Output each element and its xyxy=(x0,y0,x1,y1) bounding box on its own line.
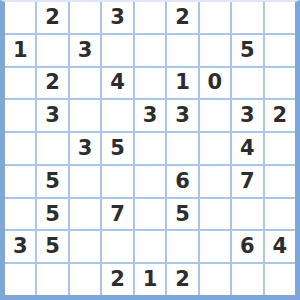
grid-cell-clue[interactable]: 2 xyxy=(37,68,67,99)
grid-cell-empty[interactable] xyxy=(167,35,197,66)
grid-cell-empty[interactable] xyxy=(5,100,35,131)
grid-cell-empty[interactable] xyxy=(200,166,230,197)
grid-cell-empty[interactable] xyxy=(37,264,67,295)
grid-cell-empty[interactable] xyxy=(167,231,197,262)
grid-cell-clue[interactable]: 5 xyxy=(37,231,67,262)
grid-cell-clue[interactable]: 3 xyxy=(70,133,100,164)
grid-cell-empty[interactable] xyxy=(5,166,35,197)
grid-cell-empty[interactable] xyxy=(200,2,230,33)
grid-cell-empty[interactable] xyxy=(265,2,295,33)
grid-cell-clue[interactable]: 1 xyxy=(5,35,35,66)
grid-cell-clue[interactable]: 5 xyxy=(167,199,197,230)
grid-cell-clue[interactable]: 2 xyxy=(37,2,67,33)
grid-cell-empty[interactable] xyxy=(70,264,100,295)
grid-cell-clue[interactable]: 5 xyxy=(37,199,67,230)
grid-cell-empty[interactable] xyxy=(265,133,295,164)
grid-cell-empty[interactable] xyxy=(265,264,295,295)
grid-cell-clue[interactable]: 4 xyxy=(265,231,295,262)
grid-cell-clue[interactable]: 2 xyxy=(102,264,132,295)
grid-cell-clue[interactable]: 2 xyxy=(167,264,197,295)
grid-cell-clue[interactable]: 3 xyxy=(37,100,67,131)
grid-cell-empty[interactable] xyxy=(265,199,295,230)
grid-cell-clue[interactable]: 4 xyxy=(232,133,262,164)
grid-cell-empty[interactable] xyxy=(232,199,262,230)
grid-cell-empty[interactable] xyxy=(265,35,295,66)
grid-cell-empty[interactable] xyxy=(232,2,262,33)
puzzle-grid: 2321352410333323545675753564212 xyxy=(5,2,295,295)
grid-cell-empty[interactable] xyxy=(102,100,132,131)
grid-cell-clue[interactable]: 1 xyxy=(167,68,197,99)
grid-cell-empty[interactable] xyxy=(232,68,262,99)
grid-cell-clue[interactable]: 1 xyxy=(135,264,165,295)
puzzle-board: 2321352410333323545675753564212 xyxy=(0,0,300,300)
grid-cell-empty[interactable] xyxy=(5,264,35,295)
grid-cell-empty[interactable] xyxy=(167,133,197,164)
grid-cell-empty[interactable] xyxy=(135,35,165,66)
grid-cell-clue[interactable]: 3 xyxy=(167,100,197,131)
grid-cell-empty[interactable] xyxy=(5,199,35,230)
grid-cell-empty[interactable] xyxy=(102,166,132,197)
grid-cell-empty[interactable] xyxy=(200,231,230,262)
grid-cell-empty[interactable] xyxy=(265,166,295,197)
grid-cell-empty[interactable] xyxy=(232,264,262,295)
grid-cell-empty[interactable] xyxy=(200,100,230,131)
grid-cell-clue[interactable]: 7 xyxy=(232,166,262,197)
grid-cell-empty[interactable] xyxy=(200,199,230,230)
grid-cell-clue[interactable]: 7 xyxy=(102,199,132,230)
grid-cell-empty[interactable] xyxy=(5,2,35,33)
grid-cell-clue[interactable]: 3 xyxy=(232,100,262,131)
grid-cell-empty[interactable] xyxy=(5,68,35,99)
grid-cell-empty[interactable] xyxy=(70,68,100,99)
grid-cell-empty[interactable] xyxy=(135,2,165,33)
grid-cell-empty[interactable] xyxy=(135,199,165,230)
grid-cell-empty[interactable] xyxy=(70,166,100,197)
grid-cell-clue[interactable]: 6 xyxy=(167,166,197,197)
grid-cell-empty[interactable] xyxy=(135,68,165,99)
grid-cell-empty[interactable] xyxy=(70,231,100,262)
grid-cell-empty[interactable] xyxy=(200,133,230,164)
grid-cell-clue[interactable]: 5 xyxy=(232,35,262,66)
grid-cell-empty[interactable] xyxy=(135,133,165,164)
grid-cell-empty[interactable] xyxy=(265,68,295,99)
grid-cell-empty[interactable] xyxy=(200,264,230,295)
grid-cell-clue[interactable]: 3 xyxy=(5,231,35,262)
grid-cell-clue[interactable]: 3 xyxy=(135,100,165,131)
grid-cell-empty[interactable] xyxy=(37,35,67,66)
grid-cell-clue[interactable]: 6 xyxy=(232,231,262,262)
grid-cell-clue[interactable]: 5 xyxy=(102,133,132,164)
grid-cell-empty[interactable] xyxy=(102,231,132,262)
grid-cell-clue[interactable]: 2 xyxy=(265,100,295,131)
grid-cell-empty[interactable] xyxy=(37,133,67,164)
grid-cell-clue[interactable]: 0 xyxy=(200,68,230,99)
grid-cell-empty[interactable] xyxy=(135,231,165,262)
grid-cell-clue[interactable]: 3 xyxy=(70,35,100,66)
grid-cell-empty[interactable] xyxy=(200,35,230,66)
grid-cell-empty[interactable] xyxy=(70,199,100,230)
grid-cell-empty[interactable] xyxy=(70,100,100,131)
grid-cell-clue[interactable]: 5 xyxy=(37,166,67,197)
grid-cell-clue[interactable]: 3 xyxy=(102,2,132,33)
grid-cell-empty[interactable] xyxy=(5,133,35,164)
grid-cell-empty[interactable] xyxy=(135,166,165,197)
grid-cell-empty[interactable] xyxy=(70,2,100,33)
grid-cell-clue[interactable]: 2 xyxy=(167,2,197,33)
grid-cell-empty[interactable] xyxy=(102,35,132,66)
grid-cell-clue[interactable]: 4 xyxy=(102,68,132,99)
